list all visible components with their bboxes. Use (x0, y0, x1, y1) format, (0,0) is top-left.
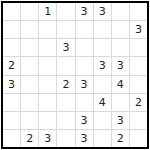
cell-r1c7[interactable] (112, 3, 129, 20)
cell-r3c4-clue: 3 (57, 39, 74, 56)
cell-r5c8[interactable] (130, 76, 147, 93)
cell-r1c4[interactable] (57, 3, 74, 20)
cell-r1c8[interactable] (130, 3, 147, 20)
cell-r3c8[interactable] (130, 39, 147, 56)
cell-r2c6[interactable] (94, 21, 111, 38)
cell-r2c4[interactable] (57, 21, 74, 38)
cell-r7c1[interactable] (3, 112, 20, 129)
cell-r5c2[interactable] (21, 76, 38, 93)
cell-r7c7-clue: 3 (112, 112, 129, 129)
cell-r4c8[interactable] (130, 57, 147, 74)
cell-r2c7[interactable] (112, 21, 129, 38)
cell-r1c6-clue: 3 (94, 3, 111, 20)
cell-r5c3[interactable] (39, 76, 56, 93)
cell-r4c1-clue: 2 (3, 57, 20, 74)
cell-r5c1-clue: 3 (3, 76, 20, 93)
cell-r6c2[interactable] (21, 94, 38, 111)
cell-r4c6-clue: 3 (94, 57, 111, 74)
cell-r8c3-clue: 3 (39, 130, 56, 147)
cell-r3c6[interactable] (94, 39, 111, 56)
minesweeper-board: 13333233323442332332 (1, 1, 149, 149)
cell-r8c6[interactable] (94, 130, 111, 147)
cell-r8c7-clue: 2 (112, 130, 129, 147)
cell-r8c5-clue: 3 (76, 130, 93, 147)
cell-r3c1[interactable] (3, 39, 20, 56)
cell-r5c5-clue: 3 (76, 76, 93, 93)
cell-r6c7[interactable] (112, 94, 129, 111)
cell-r1c3-clue: 1 (39, 3, 56, 20)
cell-r1c2[interactable] (21, 3, 38, 20)
cell-r8c2-clue: 2 (21, 130, 38, 147)
cell-r4c5[interactable] (76, 57, 93, 74)
cell-r7c8[interactable] (130, 112, 147, 129)
cell-r7c2[interactable] (21, 112, 38, 129)
cell-r2c5[interactable] (76, 21, 93, 38)
cell-r2c1[interactable] (3, 21, 20, 38)
cell-r7c5-clue: 3 (76, 112, 93, 129)
cell-r4c3[interactable] (39, 57, 56, 74)
cell-r8c8[interactable] (130, 130, 147, 147)
cell-r6c4[interactable] (57, 94, 74, 111)
cell-r3c2[interactable] (21, 39, 38, 56)
cell-r3c7[interactable] (112, 39, 129, 56)
cell-r6c8-clue: 2 (130, 94, 147, 111)
cell-r2c8-clue: 3 (130, 21, 147, 38)
cell-r8c4[interactable] (57, 130, 74, 147)
cell-r5c7-clue: 4 (112, 76, 129, 93)
cell-r6c6-clue: 4 (94, 94, 111, 111)
cell-r6c1[interactable] (3, 94, 20, 111)
cell-r1c1[interactable] (3, 3, 20, 20)
cell-r3c3[interactable] (39, 39, 56, 56)
cell-r6c3[interactable] (39, 94, 56, 111)
cell-r2c3[interactable] (39, 21, 56, 38)
cell-r6c5[interactable] (76, 94, 93, 111)
cell-r4c2[interactable] (21, 57, 38, 74)
cell-r2c2[interactable] (21, 21, 38, 38)
cell-r8c1[interactable] (3, 130, 20, 147)
cell-r5c6[interactable] (94, 76, 111, 93)
cell-r3c5[interactable] (76, 39, 93, 56)
cell-r7c6[interactable] (94, 112, 111, 129)
cell-r4c4[interactable] (57, 57, 74, 74)
cell-r7c3[interactable] (39, 112, 56, 129)
cell-r1c5-clue: 3 (76, 3, 93, 20)
cell-r7c4[interactable] (57, 112, 74, 129)
cell-r4c7-clue: 3 (112, 57, 129, 74)
cell-r5c4-clue: 2 (57, 76, 74, 93)
